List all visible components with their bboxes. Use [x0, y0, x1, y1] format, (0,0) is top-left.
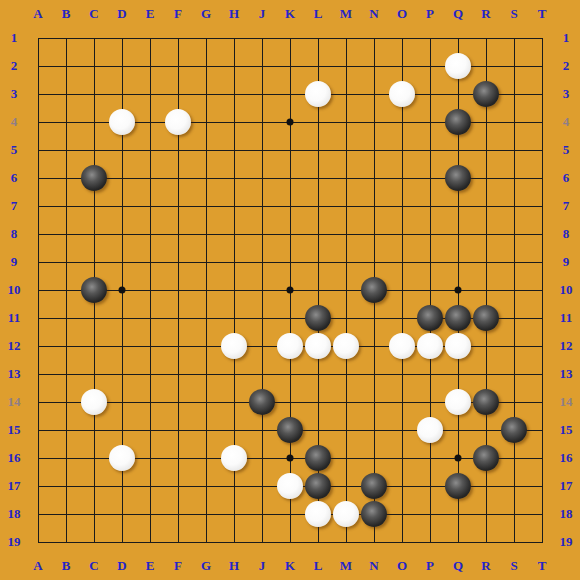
coord-label-top-k: K: [278, 6, 302, 22]
coord-label-right-8: 8: [554, 226, 578, 242]
coord-label-top-c: C: [82, 6, 106, 22]
coord-label-left-19: 19: [2, 534, 26, 550]
coord-label-bottom-r: R: [474, 558, 498, 574]
coord-label-bottom-f: F: [166, 558, 190, 574]
stone-black-q4: [445, 109, 471, 135]
coord-label-left-2: 2: [2, 58, 26, 74]
stone-black-q17: [445, 473, 471, 499]
stone-white-p15: [417, 417, 443, 443]
coord-label-left-3: 3: [2, 86, 26, 102]
stone-black-c6: [81, 165, 107, 191]
stone-black-n18: [361, 501, 387, 527]
coord-label-bottom-p: P: [418, 558, 442, 574]
coord-label-right-10: 10: [554, 282, 578, 298]
stone-black-q6: [445, 165, 471, 191]
stone-white-l12: [305, 333, 331, 359]
coord-label-right-18: 18: [554, 506, 578, 522]
coord-label-left-15: 15: [2, 422, 26, 438]
coord-label-right-7: 7: [554, 198, 578, 214]
coord-label-top-q: Q: [446, 6, 470, 22]
coord-label-top-r: R: [474, 6, 498, 22]
coord-label-left-7: 7: [2, 198, 26, 214]
stone-white-o12: [389, 333, 415, 359]
coord-label-top-s: S: [502, 6, 526, 22]
stone-white-f4: [165, 109, 191, 135]
coord-label-bottom-b: B: [54, 558, 78, 574]
coord-label-left-6: 6: [2, 170, 26, 186]
star-point-d10: [119, 287, 126, 294]
stone-white-q14: [445, 389, 471, 415]
coord-label-left-4: 4: [2, 114, 26, 130]
stone-white-d16: [109, 445, 135, 471]
star-point-k10: [287, 287, 294, 294]
coord-label-top-d: D: [110, 6, 134, 22]
stone-black-q11: [445, 305, 471, 331]
coord-label-top-e: E: [138, 6, 162, 22]
coord-label-right-12: 12: [554, 338, 578, 354]
stone-black-j14: [249, 389, 275, 415]
stone-black-s15: [501, 417, 527, 443]
coord-label-bottom-t: T: [530, 558, 554, 574]
coord-label-left-14: 14: [2, 394, 26, 410]
coord-label-right-19: 19: [554, 534, 578, 550]
stone-white-h12: [221, 333, 247, 359]
coord-label-right-16: 16: [554, 450, 578, 466]
coord-label-bottom-c: C: [82, 558, 106, 574]
stone-black-n17: [361, 473, 387, 499]
coord-label-left-5: 5: [2, 142, 26, 158]
coord-label-bottom-s: S: [502, 558, 526, 574]
star-point-k16: [287, 455, 294, 462]
coord-label-bottom-q: Q: [446, 558, 470, 574]
coord-label-left-1: 1: [2, 30, 26, 46]
coord-label-top-t: T: [530, 6, 554, 22]
coord-label-right-14: 14: [554, 394, 578, 410]
stone-black-r16: [473, 445, 499, 471]
stone-black-l16: [305, 445, 331, 471]
coord-label-bottom-a: A: [26, 558, 50, 574]
coord-label-right-5: 5: [554, 142, 578, 158]
coord-label-top-l: L: [306, 6, 330, 22]
coord-label-bottom-k: K: [278, 558, 302, 574]
stone-black-n10: [361, 277, 387, 303]
coord-label-right-11: 11: [554, 310, 578, 326]
stone-white-c14: [81, 389, 107, 415]
coord-label-left-17: 17: [2, 478, 26, 494]
stone-white-l18: [305, 501, 331, 527]
coord-label-bottom-o: O: [390, 558, 414, 574]
coord-label-bottom-h: H: [222, 558, 246, 574]
coord-label-bottom-n: N: [362, 558, 386, 574]
stone-white-k12: [277, 333, 303, 359]
coord-label-top-m: M: [334, 6, 358, 22]
coord-label-left-9: 9: [2, 254, 26, 270]
go-board[interactable]: AABBCCDDEEFFGGHHJJKKLLMMNNOOPPQQRRSSTT11…: [0, 0, 580, 580]
coord-label-top-f: F: [166, 6, 190, 22]
coord-label-top-h: H: [222, 6, 246, 22]
stone-white-p12: [417, 333, 443, 359]
coord-label-top-g: G: [194, 6, 218, 22]
coord-label-bottom-d: D: [110, 558, 134, 574]
stone-black-r11: [473, 305, 499, 331]
coord-label-bottom-e: E: [138, 558, 162, 574]
star-point-q16: [455, 455, 462, 462]
coord-label-right-13: 13: [554, 366, 578, 382]
stone-white-q12: [445, 333, 471, 359]
coord-label-top-o: O: [390, 6, 414, 22]
stone-white-h16: [221, 445, 247, 471]
coord-label-top-n: N: [362, 6, 386, 22]
star-point-q10: [455, 287, 462, 294]
coord-label-top-p: P: [418, 6, 442, 22]
star-point-k4: [287, 119, 294, 126]
stone-white-q2: [445, 53, 471, 79]
coord-label-right-1: 1: [554, 30, 578, 46]
coord-label-left-12: 12: [2, 338, 26, 354]
coord-label-left-11: 11: [2, 310, 26, 326]
stone-white-d4: [109, 109, 135, 135]
coord-label-top-a: A: [26, 6, 50, 22]
stone-black-l11: [305, 305, 331, 331]
coord-label-left-10: 10: [2, 282, 26, 298]
stone-black-p11: [417, 305, 443, 331]
coord-label-bottom-m: M: [334, 558, 358, 574]
stone-white-k17: [277, 473, 303, 499]
coord-label-bottom-j: J: [250, 558, 274, 574]
stone-white-m12: [333, 333, 359, 359]
coord-label-right-4: 4: [554, 114, 578, 130]
coord-label-right-15: 15: [554, 422, 578, 438]
coord-label-right-17: 17: [554, 478, 578, 494]
coord-label-left-8: 8: [2, 226, 26, 242]
coord-label-bottom-l: L: [306, 558, 330, 574]
stone-white-o3: [389, 81, 415, 107]
coord-label-top-b: B: [54, 6, 78, 22]
stone-black-k15: [277, 417, 303, 443]
stone-white-l3: [305, 81, 331, 107]
coord-label-right-3: 3: [554, 86, 578, 102]
stone-black-r14: [473, 389, 499, 415]
stone-black-r3: [473, 81, 499, 107]
stone-black-l17: [305, 473, 331, 499]
coord-label-top-j: J: [250, 6, 274, 22]
coord-label-left-13: 13: [2, 366, 26, 382]
coord-label-right-9: 9: [554, 254, 578, 270]
coord-label-right-6: 6: [554, 170, 578, 186]
stone-white-m18: [333, 501, 359, 527]
coord-label-left-16: 16: [2, 450, 26, 466]
coord-label-bottom-g: G: [194, 558, 218, 574]
coord-label-right-2: 2: [554, 58, 578, 74]
coord-label-left-18: 18: [2, 506, 26, 522]
stone-black-c10: [81, 277, 107, 303]
